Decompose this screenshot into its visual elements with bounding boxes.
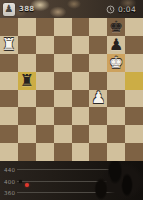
square-b7[interactable]	[18, 36, 36, 54]
square-b8[interactable]	[18, 18, 36, 36]
top-bar: ♟ 388 0:04	[0, 0, 143, 18]
white-pawn[interactable]: ♟	[91, 90, 105, 106]
square-e1[interactable]	[72, 143, 90, 161]
white-king[interactable]: ♚	[109, 55, 123, 71]
square-c2[interactable]	[36, 125, 54, 143]
square-d7[interactable]	[54, 36, 72, 54]
square-b3[interactable]	[18, 107, 36, 125]
square-f5[interactable]	[89, 72, 107, 90]
square-f4[interactable]: ♟	[89, 90, 107, 108]
square-d2[interactable]	[54, 125, 72, 143]
square-e7[interactable]	[72, 36, 90, 54]
square-c6[interactable]	[36, 54, 54, 72]
clock-icon	[106, 5, 115, 14]
app-screen: ♟ 388 0:04 ♚♜♟♚♜♟ 440 400 360	[0, 0, 143, 200]
square-c1[interactable]	[36, 143, 54, 161]
square-e6[interactable]	[72, 54, 90, 72]
chess-pieces-photo	[53, 161, 143, 200]
square-a7[interactable]: ♜	[0, 36, 18, 54]
square-h7[interactable]	[125, 36, 143, 54]
clock-area: 0:04	[106, 5, 136, 14]
square-d8[interactable]	[54, 18, 72, 36]
square-g5[interactable]	[107, 72, 125, 90]
square-c4[interactable]	[36, 90, 54, 108]
square-b1[interactable]	[18, 143, 36, 161]
square-h6[interactable]	[125, 54, 143, 72]
square-g2[interactable]	[107, 125, 125, 143]
square-a6[interactable]	[0, 54, 18, 72]
square-b5[interactable]: ♜	[18, 72, 36, 90]
square-g4[interactable]	[107, 90, 125, 108]
square-f1[interactable]	[89, 143, 107, 161]
square-a3[interactable]	[0, 107, 18, 125]
square-f2[interactable]	[89, 125, 107, 143]
square-e5[interactable]	[72, 72, 90, 90]
square-c5[interactable]	[36, 72, 54, 90]
square-h1[interactable]	[125, 143, 143, 161]
square-a5[interactable]	[0, 72, 18, 90]
pawn-icon: ♟	[5, 4, 14, 14]
square-f6[interactable]	[89, 54, 107, 72]
opponent-rating: 388	[19, 5, 35, 13]
square-a4[interactable]	[0, 90, 18, 108]
black-rook[interactable]: ♜	[20, 73, 34, 89]
y-axis-label: 440	[4, 167, 17, 173]
rating-point-current	[25, 183, 29, 187]
square-a1[interactable]	[0, 143, 18, 161]
square-d1[interactable]	[54, 143, 72, 161]
square-g6[interactable]: ♚	[107, 54, 125, 72]
opponent-avatar[interactable]: ♟	[3, 3, 15, 16]
square-c8[interactable]	[36, 18, 54, 36]
square-a8[interactable]	[0, 18, 18, 36]
square-h2[interactable]	[125, 125, 143, 143]
square-h4[interactable]	[125, 90, 143, 108]
square-c3[interactable]	[36, 107, 54, 125]
square-b2[interactable]	[18, 125, 36, 143]
black-king[interactable]: ♚	[109, 19, 123, 35]
square-h8[interactable]	[125, 18, 143, 36]
chess-board[interactable]: ♚♜♟♚♜♟	[0, 18, 143, 161]
square-e2[interactable]	[72, 125, 90, 143]
square-e8[interactable]	[72, 18, 90, 36]
square-a2[interactable]	[0, 125, 18, 143]
square-e3[interactable]	[72, 107, 90, 125]
white-rook[interactable]: ♜	[2, 37, 16, 53]
square-f3[interactable]	[89, 107, 107, 125]
square-g7[interactable]: ♟	[107, 36, 125, 54]
square-d5[interactable]	[54, 72, 72, 90]
square-h5[interactable]	[125, 72, 143, 90]
rating-graph-panel: 440 400 360	[0, 161, 143, 200]
square-f7[interactable]	[89, 36, 107, 54]
square-c7[interactable]	[36, 36, 54, 54]
square-e4[interactable]	[72, 90, 90, 108]
square-g8[interactable]: ♚	[107, 18, 125, 36]
square-g3[interactable]	[107, 107, 125, 125]
clock-time: 0:04	[118, 5, 136, 14]
square-d6[interactable]	[54, 54, 72, 72]
rating-point-previous	[19, 180, 22, 183]
square-d3[interactable]	[54, 107, 72, 125]
square-b6[interactable]	[18, 54, 36, 72]
square-h3[interactable]	[125, 107, 143, 125]
y-axis-label: 360	[4, 190, 17, 196]
square-f8[interactable]	[89, 18, 107, 36]
y-axis-label: 400	[4, 179, 17, 185]
square-g1[interactable]	[107, 143, 125, 161]
square-b4[interactable]	[18, 90, 36, 108]
black-pawn[interactable]: ♟	[109, 37, 123, 53]
square-d4[interactable]	[54, 90, 72, 108]
